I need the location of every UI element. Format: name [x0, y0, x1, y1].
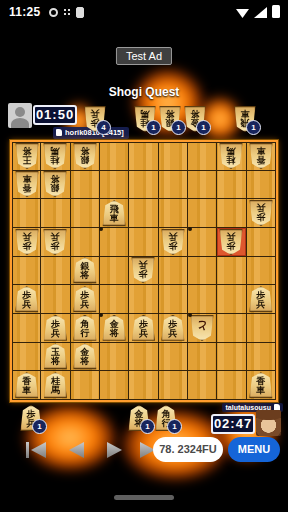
- square-2h[interactable]: [217, 343, 246, 372]
- square-1a[interactable]: 香車: [247, 142, 276, 171]
- square-2g[interactable]: [217, 314, 246, 343]
- piece-sente-bishop[interactable]: 角行: [73, 315, 97, 341]
- square-1f[interactable]: 歩兵: [247, 285, 276, 314]
- square-7e[interactable]: 銀将: [71, 257, 100, 286]
- top-player-avatar: [8, 103, 32, 128]
- square-8d[interactable]: 歩兵: [41, 228, 70, 257]
- piece-gote-pawn[interactable]: 歩兵: [131, 257, 155, 283]
- piece-gote-lance[interactable]: 香車: [15, 171, 39, 197]
- hand-gote-rook[interactable]: 飛車1: [234, 106, 256, 132]
- hand-sente-gold[interactable]: 金将1: [128, 405, 150, 431]
- bottom-player-avatar: [256, 410, 281, 436]
- square-4d[interactable]: 歩兵: [159, 228, 188, 257]
- piece-gote-pawn[interactable]: 歩兵: [161, 229, 185, 255]
- square-9b[interactable]: 香車: [12, 171, 41, 200]
- square-4g[interactable]: 歩兵: [159, 314, 188, 343]
- piece-sente-pawn[interactable]: 歩兵: [161, 315, 185, 341]
- piece-sente-gold[interactable]: 金将: [73, 343, 97, 369]
- hand-count-badge: 1: [246, 120, 261, 135]
- sim-icon: [76, 7, 84, 18]
- square-6e[interactable]: [100, 257, 129, 286]
- hand-gote-gold[interactable]: 金将1: [184, 106, 206, 132]
- square-4i[interactable]: [159, 371, 188, 400]
- square-6a[interactable]: [100, 142, 129, 171]
- square-2e[interactable]: [217, 257, 246, 286]
- square-5c[interactable]: [129, 199, 158, 228]
- piece-gote-silver[interactable]: 銀将: [43, 171, 67, 197]
- square-6b[interactable]: [100, 171, 129, 200]
- square-1h[interactable]: [247, 343, 276, 372]
- menu-button[interactable]: MENU: [228, 437, 280, 462]
- hand-gote-pawn[interactable]: 歩兵4: [84, 106, 106, 132]
- bottom-player-clock: 02:47: [211, 414, 255, 434]
- square-7b[interactable]: [71, 171, 100, 200]
- square-4b[interactable]: [159, 171, 188, 200]
- piece-gote-pawn[interactable]: 歩兵: [15, 229, 39, 255]
- hand-gote-knight[interactable]: 桂馬1: [134, 106, 156, 132]
- hand-gote-silver[interactable]: 銀将1: [159, 106, 181, 132]
- piece-gote-knight[interactable]: 桂馬: [43, 143, 67, 169]
- square-9c[interactable]: [12, 199, 41, 228]
- square-5f[interactable]: [129, 285, 158, 314]
- square-4f[interactable]: [159, 285, 188, 314]
- app-title: Shogi Quest: [0, 85, 288, 99]
- piece-sente-silver[interactable]: 銀将: [73, 257, 97, 283]
- square-2i[interactable]: [217, 371, 246, 400]
- rank-badge-icon: [56, 129, 62, 136]
- square-2a[interactable]: 桂馬: [217, 142, 246, 171]
- piece-gote-pawn[interactable]: 歩兵: [43, 229, 67, 255]
- piece-sente-king[interactable]: 玉将: [43, 343, 67, 369]
- square-6f[interactable]: [100, 285, 129, 314]
- square-8c[interactable]: [41, 199, 70, 228]
- board-grid: 王将桂馬銀将桂馬香車香車銀将飛車歩兵歩兵歩兵歩兵歩兵銀将歩兵歩兵歩兵歩兵歩兵角行…: [12, 142, 276, 400]
- square-2d[interactable]: 歩兵: [217, 228, 246, 257]
- square-6c[interactable]: 飛車: [100, 199, 129, 228]
- square-7c[interactable]: [71, 199, 100, 228]
- square-5i[interactable]: [129, 371, 158, 400]
- square-3c[interactable]: [188, 199, 217, 228]
- square-3h[interactable]: [188, 343, 217, 372]
- square-7i[interactable]: [71, 371, 100, 400]
- piece-sente-gold[interactable]: 金将: [102, 315, 126, 341]
- square-3f[interactable]: [188, 285, 217, 314]
- square-9f[interactable]: 歩兵: [12, 285, 41, 314]
- hand-sente-pawn[interactable]: 歩兵1: [20, 405, 42, 431]
- square-4c[interactable]: [159, 199, 188, 228]
- settings-gear-icon: [49, 8, 58, 17]
- piece-sente-pawn[interactable]: 歩兵: [15, 286, 39, 312]
- square-7h[interactable]: 金将: [71, 343, 100, 372]
- square-9a[interactable]: 王将: [12, 142, 41, 171]
- square-7g[interactable]: 角行: [71, 314, 100, 343]
- square-5b[interactable]: [129, 171, 158, 200]
- square-7d[interactable]: [71, 228, 100, 257]
- hand-count-badge: 1: [140, 419, 155, 434]
- piece-sente-pawn[interactable]: 歩兵: [249, 286, 273, 312]
- square-9i[interactable]: 香車: [12, 371, 41, 400]
- piece-sente-pawn[interactable]: 歩兵: [43, 315, 67, 341]
- square-3g[interactable]: と: [188, 314, 217, 343]
- hand-count-badge: 4: [96, 120, 111, 135]
- move-indicator[interactable]: 78. 2324FU: [153, 437, 223, 462]
- square-7a[interactable]: 銀将: [71, 142, 100, 171]
- square-4h[interactable]: [159, 343, 188, 372]
- piece-sente-pawn[interactable]: 歩兵: [73, 286, 97, 312]
- square-3a[interactable]: [188, 142, 217, 171]
- square-3b[interactable]: [188, 171, 217, 200]
- square-1d[interactable]: [247, 228, 276, 257]
- status-time: 11:25: [9, 5, 41, 19]
- status-bar: 11:25: [0, 0, 288, 24]
- hand-count-badge: 1: [196, 120, 211, 135]
- phone-screen: 11:25 Test Ad Shogi Quest 01:50 horik081…: [0, 0, 288, 512]
- cell-signal-icon: [254, 7, 267, 18]
- square-9e[interactable]: [12, 257, 41, 286]
- next-move-button[interactable]: [104, 440, 126, 460]
- hand-count-badge: 1: [146, 120, 161, 135]
- home-indicator[interactable]: [114, 495, 174, 500]
- hand-count-badge: 1: [171, 120, 186, 135]
- square-1e[interactable]: [247, 257, 276, 286]
- notification-icon: [63, 8, 71, 16]
- square-2c[interactable]: [217, 199, 246, 228]
- piece-gote-lance[interactable]: 香車: [249, 143, 273, 169]
- flame-decoration: [118, 55, 218, 150]
- piece-gote-pawn[interactable]: 歩兵: [249, 200, 273, 226]
- square-4a[interactable]: [159, 142, 188, 171]
- square-5e[interactable]: 歩兵: [129, 257, 158, 286]
- square-3d[interactable]: [188, 228, 217, 257]
- square-8i[interactable]: 桂馬: [41, 371, 70, 400]
- piece-gote-knight[interactable]: 桂馬: [219, 143, 243, 169]
- piece-sente-pawn[interactable]: 歩兵: [131, 315, 155, 341]
- square-1b[interactable]: [247, 171, 276, 200]
- square-3e[interactable]: [188, 257, 217, 286]
- test-ad-banner[interactable]: Test Ad: [116, 47, 172, 65]
- piece-sente-rook[interactable]: 飛車: [102, 200, 126, 226]
- square-8f[interactable]: [41, 285, 70, 314]
- hand-sente-bishop[interactable]: 角行1: [155, 405, 177, 431]
- square-5h[interactable]: [129, 343, 158, 372]
- square-7f[interactable]: 歩兵: [71, 285, 100, 314]
- battery-icon: [272, 5, 280, 18]
- square-5g[interactable]: 歩兵: [129, 314, 158, 343]
- square-8b[interactable]: 銀将: [41, 171, 70, 200]
- piece-gote-tokin[interactable]: と: [190, 315, 214, 341]
- square-3i[interactable]: [188, 371, 217, 400]
- square-1g[interactable]: [247, 314, 276, 343]
- square-9g[interactable]: [12, 314, 41, 343]
- square-5d[interactable]: [129, 228, 158, 257]
- square-2b[interactable]: [217, 171, 246, 200]
- square-5a[interactable]: [129, 142, 158, 171]
- square-6i[interactable]: [100, 371, 129, 400]
- square-4e[interactable]: [159, 257, 188, 286]
- piece-gote-pawn[interactable]: 歩兵: [219, 229, 243, 255]
- piece-gote-king[interactable]: 王将: [15, 143, 39, 169]
- top-player-clock: 01:50: [33, 105, 77, 125]
- piece-sente-lance[interactable]: 香車: [249, 372, 273, 398]
- piece-sente-lance[interactable]: 香車: [15, 372, 39, 398]
- square-9h[interactable]: [12, 343, 41, 372]
- square-6h[interactable]: [100, 343, 129, 372]
- square-8a[interactable]: 桂馬: [41, 142, 70, 171]
- prev-move-button[interactable]: [66, 440, 88, 460]
- wifi-icon: [236, 7, 249, 18]
- first-move-button[interactable]: [26, 440, 48, 460]
- hand-count-badge: 1: [167, 419, 182, 434]
- square-2f[interactable]: [217, 285, 246, 314]
- piece-sente-knight[interactable]: 桂馬: [43, 372, 67, 398]
- square-6d[interactable]: [100, 228, 129, 257]
- square-8h[interactable]: 玉将: [41, 343, 70, 372]
- square-1i[interactable]: 香車: [247, 371, 276, 400]
- shogi-board: 王将桂馬銀将桂馬香車香車銀将飛車歩兵歩兵歩兵歩兵歩兵銀将歩兵歩兵歩兵歩兵歩兵角行…: [10, 140, 278, 402]
- square-8g[interactable]: 歩兵: [41, 314, 70, 343]
- square-9d[interactable]: 歩兵: [12, 228, 41, 257]
- square-6g[interactable]: 金将: [100, 314, 129, 343]
- piece-gote-silver[interactable]: 銀将: [73, 143, 97, 169]
- square-1c[interactable]: 歩兵: [247, 199, 276, 228]
- hand-count-badge: 1: [32, 419, 47, 434]
- avatar-silhouette: [15, 107, 25, 117]
- square-8e[interactable]: [41, 257, 70, 286]
